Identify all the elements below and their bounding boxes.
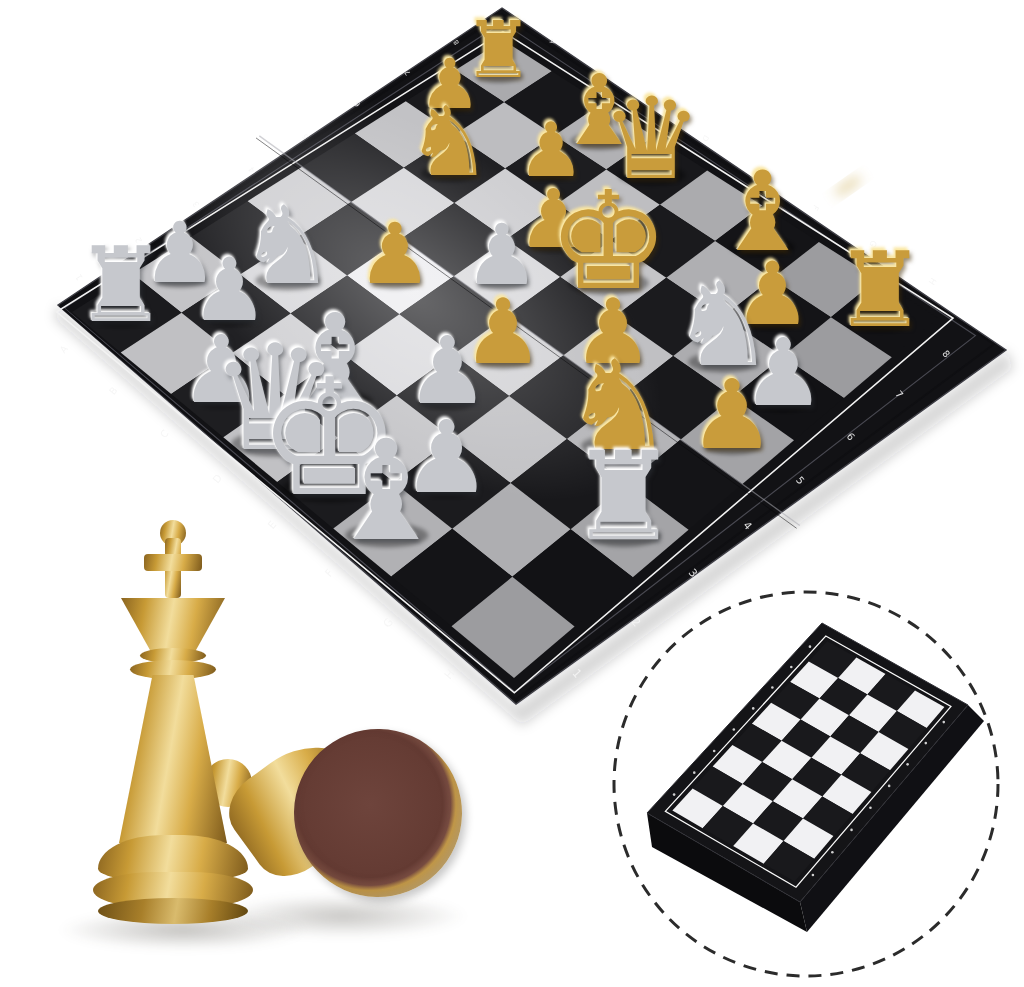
product-photo-page: { "game": "chess", "board": { "files": […	[0, 0, 1024, 987]
king-base-bottom	[98, 898, 248, 924]
piece-silver-rook-h3[interactable]: ♜	[526, 436, 722, 558]
gold-king-closeup-inset	[28, 512, 488, 982]
king-crown	[121, 598, 225, 654]
gold-king-piece	[68, 520, 278, 940]
magnetic-felt-base-icon	[281, 716, 476, 911]
king-cross-icon	[144, 554, 202, 571]
king-body	[119, 675, 227, 843]
piece-gold-pawn-c4[interactable]: ♟	[328, 212, 462, 296]
